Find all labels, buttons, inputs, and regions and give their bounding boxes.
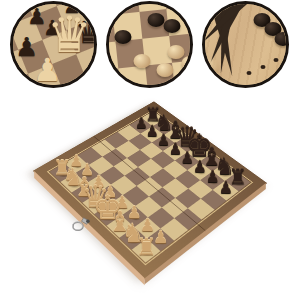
mini-chess-piece-light: ♟ — [33, 54, 62, 86]
checkers-piece-dark — [148, 13, 165, 27]
inset-chess-closeup-photo: ♟♟♟♛♟♛♟ — [10, 1, 97, 88]
chess-board — [33, 101, 267, 279]
backgammon-checker-light — [203, 59, 220, 73]
chess-board-scene — [67, 94, 233, 260]
checkers-piece-light — [134, 54, 151, 68]
backgammon-dot — [261, 65, 266, 69]
backgammon-dot — [274, 58, 279, 62]
corner-marker — [153, 101, 155, 103]
inset-backgammon-closeup-photo — [202, 1, 289, 88]
board-squares — [50, 111, 251, 263]
board-frame-inlay-line — [47, 109, 253, 265]
backgammon-checker-dark — [275, 32, 290, 46]
corner-marker — [143, 277, 146, 280]
product-photo: ♟♟♟♛♟♛♟ ♜♞♝♛♚♝♞♜♟♟♟♟♟♟♟♟♟♟♟♟♟♟♟♟♜♞♝♛♚♝♞♜ — [0, 0, 300, 300]
checkers-piece-light — [168, 45, 185, 59]
checkers-piece-light — [182, 56, 194, 70]
backgammon-dot — [247, 71, 252, 75]
corner-marker — [33, 170, 36, 172]
checkers-piece-light — [157, 63, 174, 77]
checkers-piece-dark — [115, 30, 132, 44]
inset-checkers-closeup-photo — [106, 1, 193, 88]
corner-marker — [264, 182, 267, 184]
checkers-piece-dark — [164, 19, 181, 33]
